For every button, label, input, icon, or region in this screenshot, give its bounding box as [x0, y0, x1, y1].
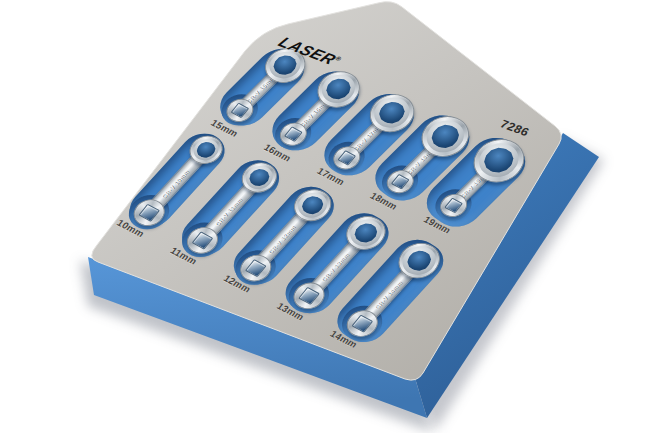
size-label: 13mm: [275, 301, 307, 322]
size-label: 17mm: [315, 166, 347, 187]
size-label: 14mm: [328, 329, 360, 350]
size-label: 10mm: [115, 218, 147, 239]
size-label: 16mm: [262, 142, 294, 163]
size-label: 15mm: [209, 118, 241, 139]
size-label: 19mm: [422, 214, 454, 235]
size-label: 11mm: [168, 245, 199, 266]
product-photo: CR-V 15mmCR-V 16mmCR-V 17mmCR-V 18mmCR-V…: [0, 0, 650, 433]
size-label: 18mm: [368, 190, 400, 211]
size-label: 12mm: [221, 273, 253, 294]
